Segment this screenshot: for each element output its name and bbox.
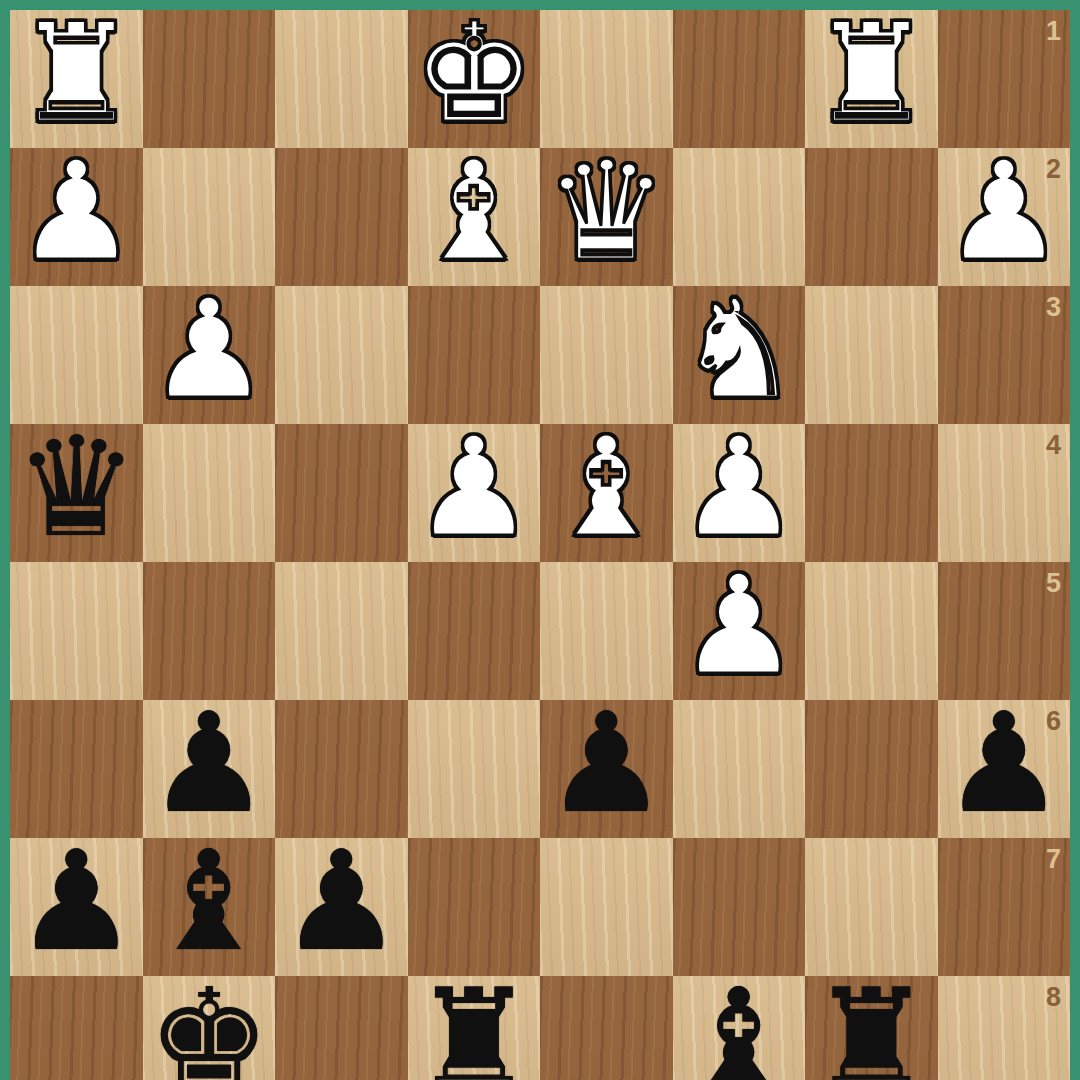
square-h5[interactable]	[10, 562, 143, 700]
rank-label-1: 1	[1046, 18, 1061, 45]
square-f1[interactable]	[275, 10, 408, 148]
square-f7[interactable]: ♟	[275, 838, 408, 976]
piece-black-rook[interactable]: ♜	[412, 971, 536, 1080]
square-a7[interactable]: 7	[938, 838, 1071, 976]
piece-black-pawn[interactable]: ♟	[147, 695, 271, 833]
square-d5[interactable]	[540, 562, 673, 700]
chess-board: ♜♚♜1♟♝♛♟2♟♞3♛♟♝♟4♟5♟♟♟6♟♝♟7h♚gf♜ed♝c♜b8a	[10, 10, 1070, 1070]
square-d8[interactable]: d	[540, 976, 673, 1080]
rank-label-6: 6	[1046, 708, 1061, 735]
piece-white-rook[interactable]: ♜	[809, 5, 933, 143]
piece-black-bishop[interactable]: ♝	[677, 971, 801, 1080]
piece-white-pawn[interactable]: ♟	[14, 143, 138, 281]
square-a1[interactable]: 1	[938, 10, 1071, 148]
square-e2[interactable]: ♝	[408, 148, 541, 286]
square-f5[interactable]	[275, 562, 408, 700]
square-e4[interactable]: ♟	[408, 424, 541, 562]
square-g4[interactable]	[143, 424, 276, 562]
piece-white-rook[interactable]: ♜	[14, 5, 138, 143]
square-a6[interactable]: ♟6	[938, 700, 1071, 838]
square-d3[interactable]	[540, 286, 673, 424]
square-a5[interactable]: 5	[938, 562, 1071, 700]
square-d1[interactable]	[540, 10, 673, 148]
piece-black-pawn[interactable]: ♟	[14, 833, 138, 971]
square-h7[interactable]: ♟	[10, 838, 143, 976]
piece-black-rook[interactable]: ♜	[809, 971, 933, 1080]
square-c2[interactable]	[673, 148, 806, 286]
square-c4[interactable]: ♟	[673, 424, 806, 562]
square-h8[interactable]: h	[10, 976, 143, 1080]
square-d4[interactable]: ♝	[540, 424, 673, 562]
square-b3[interactable]	[805, 286, 938, 424]
square-d6[interactable]: ♟	[540, 700, 673, 838]
square-a2[interactable]: ♟2	[938, 148, 1071, 286]
square-c8[interactable]: ♝c	[673, 976, 806, 1080]
square-g6[interactable]: ♟	[143, 700, 276, 838]
square-a8[interactable]: 8a	[938, 976, 1071, 1080]
square-d7[interactable]	[540, 838, 673, 976]
square-f4[interactable]	[275, 424, 408, 562]
square-h2[interactable]: ♟	[10, 148, 143, 286]
square-b1[interactable]: ♜	[805, 10, 938, 148]
rank-label-4: 4	[1046, 432, 1061, 459]
rank-label-8: 8	[1046, 984, 1061, 1011]
square-g8[interactable]: ♚g	[143, 976, 276, 1080]
square-e5[interactable]	[408, 562, 541, 700]
piece-white-pawn[interactable]: ♟	[412, 419, 536, 557]
square-e6[interactable]	[408, 700, 541, 838]
square-h4[interactable]: ♛	[10, 424, 143, 562]
rank-label-5: 5	[1046, 570, 1061, 597]
square-f8[interactable]: f	[275, 976, 408, 1080]
piece-white-bishop[interactable]: ♝	[412, 143, 536, 281]
piece-white-knight[interactable]: ♞	[677, 281, 801, 419]
piece-black-king[interactable]: ♚	[147, 971, 271, 1080]
piece-white-king[interactable]: ♚	[412, 5, 536, 143]
square-g5[interactable]	[143, 562, 276, 700]
square-g7[interactable]: ♝	[143, 838, 276, 976]
square-e8[interactable]: ♜e	[408, 976, 541, 1080]
piece-black-bishop[interactable]: ♝	[147, 833, 271, 971]
square-a4[interactable]: 4	[938, 424, 1071, 562]
square-b5[interactable]	[805, 562, 938, 700]
square-f2[interactable]	[275, 148, 408, 286]
rank-label-2: 2	[1046, 156, 1061, 183]
square-h1[interactable]: ♜	[10, 10, 143, 148]
square-h6[interactable]	[10, 700, 143, 838]
square-b2[interactable]	[805, 148, 938, 286]
rank-label-7: 7	[1046, 846, 1061, 873]
piece-white-pawn[interactable]: ♟	[677, 419, 801, 557]
piece-white-pawn[interactable]: ♟	[677, 557, 801, 695]
square-b4[interactable]	[805, 424, 938, 562]
piece-white-pawn[interactable]: ♟	[147, 281, 271, 419]
square-c3[interactable]: ♞	[673, 286, 806, 424]
square-c5[interactable]: ♟	[673, 562, 806, 700]
square-f6[interactable]	[275, 700, 408, 838]
square-c7[interactable]	[673, 838, 806, 976]
square-e3[interactable]	[408, 286, 541, 424]
square-a3[interactable]: 3	[938, 286, 1071, 424]
square-e1[interactable]: ♚	[408, 10, 541, 148]
square-g1[interactable]	[143, 10, 276, 148]
square-b6[interactable]	[805, 700, 938, 838]
piece-black-queen[interactable]: ♛	[14, 419, 138, 557]
square-h3[interactable]	[10, 286, 143, 424]
square-b7[interactable]	[805, 838, 938, 976]
square-f3[interactable]	[275, 286, 408, 424]
piece-white-queen[interactable]: ♛	[544, 143, 668, 281]
piece-black-pawn[interactable]: ♟	[279, 833, 403, 971]
chess-board-frame: ♜♚♜1♟♝♛♟2♟♞3♛♟♝♟4♟5♟♟♟6♟♝♟7h♚gf♜ed♝c♜b8a	[0, 0, 1080, 1080]
square-g3[interactable]: ♟	[143, 286, 276, 424]
piece-white-bishop[interactable]: ♝	[544, 419, 668, 557]
square-d2[interactable]: ♛	[540, 148, 673, 286]
square-c6[interactable]	[673, 700, 806, 838]
square-g2[interactable]	[143, 148, 276, 286]
square-c1[interactable]	[673, 10, 806, 148]
square-e7[interactable]	[408, 838, 541, 976]
square-b8[interactable]: ♜b	[805, 976, 938, 1080]
piece-black-pawn[interactable]: ♟	[544, 695, 668, 833]
rank-label-3: 3	[1046, 294, 1061, 321]
